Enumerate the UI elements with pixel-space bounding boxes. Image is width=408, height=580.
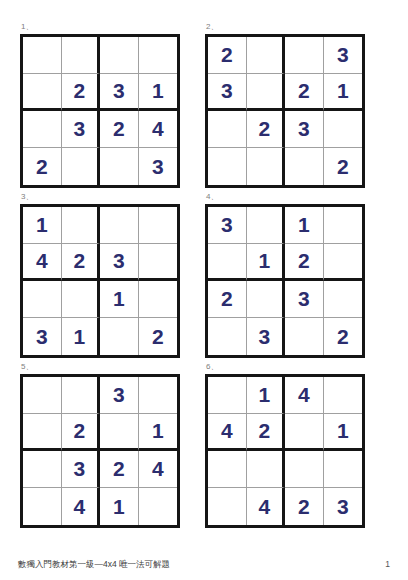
puzzle-2-label: 2、: [206, 22, 365, 32]
sudoku-cell-r2c1: 4: [23, 244, 62, 281]
sudoku-cell-r2c1: 4: [208, 414, 247, 451]
sudoku-cell-r1c3: 3: [100, 377, 139, 414]
sudoku-cell-r4c4: [139, 488, 178, 525]
sudoku-cell-r3c3: 1: [100, 281, 139, 318]
sudoku-cell-r1c3: [100, 207, 139, 244]
sudoku-cell-r3c3: [285, 451, 324, 488]
puzzle-1-label: 1、: [21, 22, 180, 32]
sudoku-cell-r2c1: [208, 244, 247, 281]
sudoku-cell-r2c2: 2: [62, 244, 101, 281]
puzzle-5: 5、 32132441: [20, 362, 180, 528]
sudoku-cell-r3c2: 3: [62, 451, 101, 488]
sudoku-cell-r4c2: 1: [62, 318, 101, 355]
puzzle-5-label: 5、: [21, 362, 180, 372]
sudoku-cell-r3c4: 4: [139, 111, 178, 148]
sudoku-cell-r1c1: [208, 377, 247, 414]
sudoku-cell-r4c2: 4: [247, 488, 286, 525]
sudoku-cell-r1c1: [23, 37, 62, 74]
sudoku-cell-r2c2: 2: [62, 74, 101, 111]
sudoku-cell-r3c2: [247, 281, 286, 318]
sudoku-cell-r1c4: [139, 377, 178, 414]
sudoku-cell-r2c3: 3: [100, 244, 139, 281]
sudoku-cell-r2c2: 2: [247, 414, 286, 451]
sudoku-cell-r2c4: [324, 244, 363, 281]
sudoku-board-6: 14421423: [205, 374, 365, 528]
sudoku-cell-r3c3: 2: [100, 451, 139, 488]
sudoku-cell-r2c3: 2: [285, 74, 324, 111]
sudoku-cell-r4c4: 3: [139, 148, 178, 185]
sudoku-cell-r2c1: [23, 414, 62, 451]
sudoku-cell-r4c2: 4: [62, 488, 101, 525]
sudoku-cell-r1c3: 4: [285, 377, 324, 414]
sudoku-cell-r3c4: [324, 451, 363, 488]
sudoku-cell-r1c4: [139, 207, 178, 244]
sudoku-cell-r2c3: 2: [285, 244, 324, 281]
sudoku-cell-r1c2: [62, 207, 101, 244]
sudoku-cell-r4c2: [62, 148, 101, 185]
sudoku-cell-r2c4: 1: [324, 74, 363, 111]
sudoku-cell-r4c4: 3: [324, 488, 363, 525]
puzzle-1: 1、 23132423: [20, 22, 180, 188]
sudoku-cell-r4c4: 2: [324, 318, 363, 355]
sudoku-cell-r1c1: 2: [208, 37, 247, 74]
sudoku-cell-r1c3: [285, 37, 324, 74]
sudoku-cell-r3c2: [62, 281, 101, 318]
sudoku-cell-r3c4: [324, 281, 363, 318]
sudoku-cell-r1c2: [62, 377, 101, 414]
sudoku-cell-r2c3: [100, 414, 139, 451]
sudoku-cell-r3c2: 3: [62, 111, 101, 148]
sudoku-cell-r4c2: 3: [247, 318, 286, 355]
sudoku-cell-r3c4: 4: [139, 451, 178, 488]
sudoku-cell-r1c4: [139, 37, 178, 74]
sudoku-cell-r2c3: [285, 414, 324, 451]
sudoku-cell-r1c3: 1: [285, 207, 324, 244]
sudoku-cell-r2c4: [139, 244, 178, 281]
sudoku-cell-r4c1: [208, 148, 247, 185]
sudoku-cell-r3c4: [139, 281, 178, 318]
sudoku-cell-r3c3: 3: [285, 111, 324, 148]
sudoku-cell-r1c2: [62, 37, 101, 74]
sudoku-cell-r1c3: [100, 37, 139, 74]
sudoku-cell-r4c4: 2: [139, 318, 178, 355]
puzzle-3-label: 3、: [21, 192, 180, 202]
puzzle-sheet: 1、 23132423 2、 23321232 3、 14231312 4、 3…: [20, 22, 365, 528]
puzzle-6-label: 6、: [206, 362, 365, 372]
sudoku-cell-r3c3: 3: [285, 281, 324, 318]
sudoku-cell-r2c1: [23, 74, 62, 111]
sudoku-cell-r1c2: 1: [247, 377, 286, 414]
sudoku-cell-r4c1: 3: [23, 318, 62, 355]
sudoku-cell-r4c1: [23, 488, 62, 525]
sudoku-cell-r3c1: [208, 451, 247, 488]
sudoku-cell-r1c1: 3: [208, 207, 247, 244]
sudoku-cell-r4c2: [247, 148, 286, 185]
sudoku-cell-r2c2: 2: [62, 414, 101, 451]
sudoku-cell-r1c4: 3: [324, 37, 363, 74]
sudoku-board-1: 23132423: [20, 34, 180, 188]
sudoku-cell-r3c1: [23, 451, 62, 488]
sudoku-cell-r2c2: [247, 74, 286, 111]
footer-title: 數獨入門教材第一級—4x4 唯一法可解題: [18, 559, 170, 571]
puzzle-4-label: 4、: [206, 192, 365, 202]
puzzle-3: 3、 14231312: [20, 192, 180, 358]
sudoku-cell-r3c3: 2: [100, 111, 139, 148]
sudoku-cell-r3c1: [23, 281, 62, 318]
sudoku-cell-r4c3: [285, 148, 324, 185]
sudoku-cell-r1c1: 1: [23, 207, 62, 244]
sudoku-cell-r1c1: [23, 377, 62, 414]
sudoku-cell-r4c1: [208, 318, 247, 355]
sudoku-cell-r4c4: 2: [324, 148, 363, 185]
page-footer: 數獨入門教材第一級—4x4 唯一法可解題 1: [0, 559, 408, 571]
sudoku-cell-r3c2: [247, 451, 286, 488]
sudoku-cell-r4c3: [285, 318, 324, 355]
puzzle-6: 6、 14421423: [205, 362, 365, 528]
sudoku-cell-r1c4: [324, 377, 363, 414]
sudoku-cell-r3c1: [23, 111, 62, 148]
sudoku-board-3: 14231312: [20, 204, 180, 358]
sudoku-cell-r3c4: [324, 111, 363, 148]
sudoku-cell-r4c3: [100, 148, 139, 185]
sudoku-cell-r2c4: 1: [324, 414, 363, 451]
sudoku-cell-r2c4: 1: [139, 74, 178, 111]
sudoku-cell-r1c2: [247, 207, 286, 244]
sudoku-cell-r4c3: 1: [100, 488, 139, 525]
page-number: 1: [385, 559, 390, 571]
sudoku-board-5: 32132441: [20, 374, 180, 528]
sudoku-cell-r4c1: [208, 488, 247, 525]
sudoku-cell-r4c3: 2: [285, 488, 324, 525]
sudoku-cell-r1c2: [247, 37, 286, 74]
sudoku-cell-r4c3: [100, 318, 139, 355]
sudoku-cell-r3c2: 2: [247, 111, 286, 148]
sudoku-cell-r2c2: 1: [247, 244, 286, 281]
sudoku-cell-r2c4: 1: [139, 414, 178, 451]
sudoku-board-4: 31122332: [205, 204, 365, 358]
sudoku-cell-r4c1: 2: [23, 148, 62, 185]
sudoku-cell-r1c4: [324, 207, 363, 244]
sudoku-board-2: 23321232: [205, 34, 365, 188]
sudoku-cell-r3c1: 2: [208, 281, 247, 318]
sudoku-cell-r2c1: 3: [208, 74, 247, 111]
sudoku-cell-r3c1: [208, 111, 247, 148]
puzzle-2: 2、 23321232: [205, 22, 365, 188]
puzzle-4: 4、 31122332: [205, 192, 365, 358]
sudoku-cell-r2c3: 3: [100, 74, 139, 111]
